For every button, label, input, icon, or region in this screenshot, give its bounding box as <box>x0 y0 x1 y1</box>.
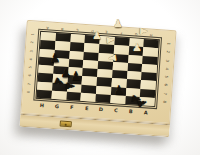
black-pawn[interactable]: ♟ <box>114 84 125 96</box>
white-pawn[interactable]: ♟ <box>107 53 118 63</box>
black-pawn[interactable]: ♟ <box>50 52 61 64</box>
pieces-layer: ♟♟♟♟♟♟♟♟♟♟♟♟♟♟ <box>0 0 200 155</box>
black-pawn[interactable]: ♟ <box>135 97 148 109</box>
white-pawn[interactable]: ♟ <box>138 26 148 35</box>
black-pawn[interactable]: ♟ <box>64 81 76 92</box>
white-pawn[interactable]: ♟ <box>92 30 102 41</box>
white-pawn[interactable]: ♟ <box>132 42 142 53</box>
white-pawn[interactable]: ♟ <box>105 35 116 45</box>
scene: HGFEDCBAABCDEFGH1234567812345678 ♟♟♟♟♟♟♟… <box>0 0 200 155</box>
white-pawn[interactable]: ♟ <box>113 18 123 29</box>
